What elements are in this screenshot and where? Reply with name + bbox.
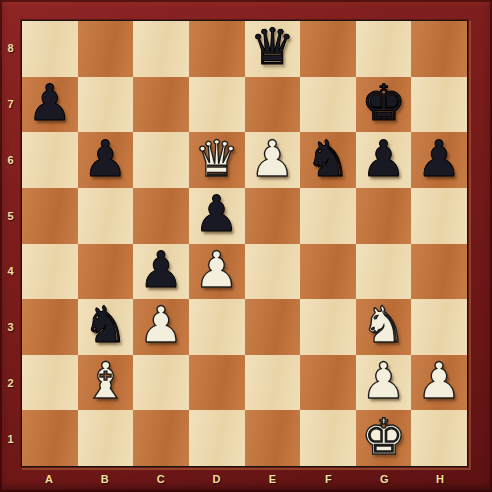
square-e1[interactable] — [245, 410, 301, 466]
rank-label-5: 5 — [0, 188, 21, 244]
square-f5[interactable] — [300, 188, 356, 244]
rank-label-7: 7 — [0, 76, 21, 132]
square-h8[interactable] — [411, 21, 467, 77]
square-b4[interactable] — [78, 244, 134, 300]
file-label-d: D — [189, 467, 245, 491]
square-b1[interactable] — [78, 410, 134, 466]
square-a2[interactable] — [22, 355, 78, 411]
square-a8[interactable] — [22, 21, 78, 77]
square-g5[interactable] — [356, 188, 412, 244]
file-label-h: H — [412, 467, 468, 491]
square-e8[interactable]: ♛ — [245, 21, 301, 77]
square-a7[interactable]: ♟ — [22, 77, 78, 133]
rank-label-4: 4 — [0, 244, 21, 300]
black-queen[interactable]: ♛ — [250, 20, 295, 75]
white-pawn[interactable]: ♟ — [194, 243, 239, 298]
square-h1[interactable] — [411, 410, 467, 466]
square-g6[interactable]: ♟ — [356, 132, 412, 188]
square-e2[interactable] — [245, 355, 301, 411]
rank-label-3: 3 — [0, 299, 21, 355]
square-d3[interactable] — [189, 299, 245, 355]
file-label-b: B — [77, 467, 133, 491]
black-pawn[interactable]: ♟ — [361, 132, 406, 187]
square-f4[interactable] — [300, 244, 356, 300]
black-pawn[interactable]: ♟ — [139, 243, 184, 298]
black-pawn[interactable]: ♟ — [417, 132, 462, 187]
square-b8[interactable] — [78, 21, 134, 77]
square-d6[interactable]: ♛ — [189, 132, 245, 188]
square-f1[interactable] — [300, 410, 356, 466]
square-g7[interactable]: ♚ — [356, 77, 412, 133]
square-e6[interactable]: ♟ — [245, 132, 301, 188]
square-f7[interactable] — [300, 77, 356, 133]
square-g1[interactable]: ♚ — [356, 410, 412, 466]
white-pawn[interactable]: ♟ — [361, 354, 406, 409]
rank-labels: 87654321 — [0, 20, 21, 467]
black-pawn[interactable]: ♟ — [194, 187, 239, 242]
square-d5[interactable]: ♟ — [189, 188, 245, 244]
black-king[interactable]: ♚ — [361, 76, 406, 131]
square-c5[interactable] — [133, 188, 189, 244]
chessboard: ♛♟♚♟♛♟♞♟♟♟♟♟♞♟♞♝♟♟♚ — [21, 20, 468, 467]
file-labels: ABCDEFGH — [21, 467, 468, 491]
black-pawn[interactable]: ♟ — [83, 132, 128, 187]
file-label-c: C — [133, 467, 189, 491]
square-h2[interactable]: ♟ — [411, 355, 467, 411]
square-a1[interactable] — [22, 410, 78, 466]
square-b2[interactable]: ♝ — [78, 355, 134, 411]
white-knight[interactable]: ♞ — [361, 298, 406, 353]
white-pawn[interactable]: ♟ — [139, 298, 184, 353]
white-bishop[interactable]: ♝ — [83, 354, 128, 409]
square-a3[interactable] — [22, 299, 78, 355]
square-h6[interactable]: ♟ — [411, 132, 467, 188]
rank-label-2: 2 — [0, 355, 21, 411]
white-king[interactable]: ♚ — [361, 410, 406, 465]
file-label-f: F — [300, 467, 356, 491]
square-h4[interactable] — [411, 244, 467, 300]
square-b5[interactable] — [78, 188, 134, 244]
square-f6[interactable]: ♞ — [300, 132, 356, 188]
square-c8[interactable] — [133, 21, 189, 77]
square-c6[interactable] — [133, 132, 189, 188]
square-f2[interactable] — [300, 355, 356, 411]
square-h5[interactable] — [411, 188, 467, 244]
chessboard-frame: 87654321 ♛♟♚♟♛♟♞♟♟♟♟♟♞♟♞♝♟♟♚ ABCDEFGH — [0, 0, 492, 492]
square-g4[interactable] — [356, 244, 412, 300]
square-e5[interactable] — [245, 188, 301, 244]
square-g8[interactable] — [356, 21, 412, 77]
square-c3[interactable]: ♟ — [133, 299, 189, 355]
square-a6[interactable] — [22, 132, 78, 188]
square-b6[interactable]: ♟ — [78, 132, 134, 188]
file-label-g: G — [356, 467, 412, 491]
square-d1[interactable] — [189, 410, 245, 466]
square-e3[interactable] — [245, 299, 301, 355]
square-g3[interactable]: ♞ — [356, 299, 412, 355]
square-f3[interactable] — [300, 299, 356, 355]
white-queen[interactable]: ♛ — [194, 132, 239, 187]
square-d2[interactable] — [189, 355, 245, 411]
square-e7[interactable] — [245, 77, 301, 133]
square-d8[interactable] — [189, 21, 245, 77]
rank-label-1: 1 — [0, 411, 21, 467]
square-g2[interactable]: ♟ — [356, 355, 412, 411]
black-knight[interactable]: ♞ — [83, 298, 128, 353]
white-pawn[interactable]: ♟ — [417, 354, 462, 409]
square-a4[interactable] — [22, 244, 78, 300]
square-h7[interactable] — [411, 77, 467, 133]
black-knight[interactable]: ♞ — [306, 132, 351, 187]
square-c4[interactable]: ♟ — [133, 244, 189, 300]
square-d7[interactable] — [189, 77, 245, 133]
black-pawn[interactable]: ♟ — [27, 76, 72, 131]
file-label-a: A — [21, 467, 77, 491]
square-c7[interactable] — [133, 77, 189, 133]
square-e4[interactable] — [245, 244, 301, 300]
rank-label-8: 8 — [0, 20, 21, 76]
square-a5[interactable] — [22, 188, 78, 244]
square-b3[interactable]: ♞ — [78, 299, 134, 355]
square-f8[interactable] — [300, 21, 356, 77]
square-h3[interactable] — [411, 299, 467, 355]
white-pawn[interactable]: ♟ — [250, 132, 295, 187]
square-d4[interactable]: ♟ — [189, 244, 245, 300]
square-c2[interactable] — [133, 355, 189, 411]
rank-label-6: 6 — [0, 132, 21, 188]
square-c1[interactable] — [133, 410, 189, 466]
square-b7[interactable] — [78, 77, 134, 133]
file-label-e: E — [245, 467, 301, 491]
